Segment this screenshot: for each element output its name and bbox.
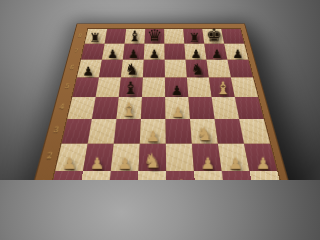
square-c2[interactable]: ♟ [111, 144, 140, 172]
piece-black-p-e5[interactable]: ♟ [165, 84, 188, 97]
square-e4[interactable]: ♟ [165, 97, 190, 119]
square-c8[interactable]: ♝ [125, 29, 146, 44]
square-c3[interactable] [114, 119, 141, 144]
square-g2[interactable]: ♟ [218, 144, 250, 172]
piece-black-p-g7[interactable]: ♟ [206, 48, 227, 60]
piece-black-r-f8[interactable]: ♜ [184, 32, 204, 44]
piece-white-k-e1[interactable]: ♚ [167, 176, 197, 180]
piece-black-p-d7[interactable]: ♟ [144, 48, 165, 60]
square-g8[interactable]: ♚ [202, 29, 224, 44]
piece-white-p-e4[interactable]: ♟ [165, 105, 189, 119]
piece-white-p-d3[interactable]: ♟ [140, 129, 166, 144]
piece-black-p-c7[interactable]: ♟ [123, 48, 144, 60]
square-a6[interactable]: ♟ [77, 60, 102, 78]
square-f5[interactable] [187, 77, 212, 97]
square-b4[interactable] [92, 97, 119, 119]
square-b5[interactable] [96, 77, 121, 97]
square-h4[interactable] [235, 97, 264, 119]
piece-black-n-f6[interactable]: ♞ [187, 62, 209, 78]
square-h5[interactable] [231, 77, 258, 97]
square-h2[interactable]: ♟ [244, 144, 277, 172]
piece-black-b-c5[interactable]: ♝ [119, 80, 142, 97]
piece-white-b-c4[interactable]: ♝ [117, 101, 141, 119]
square-e2[interactable] [166, 144, 194, 172]
square-d3[interactable]: ♟ [140, 119, 166, 144]
piece-white-p-h2[interactable]: ♟ [249, 155, 277, 171]
chess-board-frame: ♜♝♛♜♚♟♟♟♟♟♟♟♞♞♝♟♝♝♟♟♞♟♟♟♞♟♟♟♜♛♚♜ ABCDEFG… [22, 24, 301, 180]
square-f6[interactable]: ♞ [186, 60, 209, 78]
square-b2[interactable]: ♟ [83, 144, 114, 172]
square-c7[interactable]: ♟ [123, 44, 145, 60]
app-background: { "game": "chess", "view": "3d-perspecti… [0, 0, 320, 180]
square-c1[interactable] [107, 171, 138, 180]
board-scene: ♜♝♛♜♚♟♟♟♟♟♟♟♞♞♝♟♝♝♟♟♞♟♟♟♞♟♟♟♜♛♚♜ ABCDEFG… [47, 0, 273, 180]
square-e3[interactable] [166, 119, 192, 144]
piece-black-b-c8[interactable]: ♝ [125, 29, 145, 44]
square-h8[interactable] [221, 29, 244, 44]
square-e7[interactable] [164, 44, 185, 60]
square-e1[interactable]: ♚ [166, 171, 196, 180]
piece-white-n-d2[interactable]: ♞ [139, 152, 167, 172]
square-d6[interactable] [143, 60, 165, 78]
square-d2[interactable]: ♞ [138, 144, 166, 172]
square-e8[interactable] [164, 29, 184, 44]
piece-black-q-d8[interactable]: ♛ [145, 27, 165, 44]
square-d7[interactable]: ♟ [144, 44, 165, 60]
square-e5[interactable]: ♟ [165, 77, 188, 97]
square-h3[interactable] [239, 119, 270, 144]
square-f2[interactable]: ♟ [192, 144, 222, 172]
square-c4[interactable]: ♝ [116, 97, 142, 119]
square-e6[interactable] [165, 60, 187, 78]
square-b8[interactable] [105, 29, 127, 44]
square-d4[interactable] [141, 97, 166, 119]
square-g5[interactable]: ♝ [209, 77, 235, 97]
square-f7[interactable]: ♟ [184, 44, 206, 60]
square-c6[interactable]: ♞ [121, 60, 144, 78]
square-f4[interactable] [188, 97, 214, 119]
square-b1[interactable] [78, 171, 111, 180]
square-h6[interactable] [227, 60, 252, 78]
piece-white-p-f2[interactable]: ♟ [194, 155, 222, 171]
piece-white-p-g2[interactable]: ♟ [221, 155, 249, 171]
square-h7[interactable]: ♟ [224, 44, 248, 60]
piece-black-p-f7[interactable]: ♟ [186, 48, 207, 60]
piece-white-b-g5[interactable]: ♝ [211, 80, 234, 97]
piece-black-n-c6[interactable]: ♞ [121, 62, 143, 78]
square-f8[interactable]: ♜ [183, 29, 204, 44]
square-f3[interactable]: ♞ [190, 119, 218, 144]
piece-black-r-a8[interactable]: ♜ [85, 32, 105, 44]
square-b6[interactable] [99, 60, 123, 78]
chess-board-grid: ♜♝♛♜♚♟♟♟♟♟♟♟♞♞♝♟♝♝♟♟♞♟♟♟♞♟♟♟♜♛♚♜ [46, 28, 287, 180]
square-d8[interactable]: ♛ [145, 29, 165, 44]
square-h1[interactable]: ♜ [250, 171, 286, 180]
rank-label-1: 1 [31, 170, 53, 180]
piece-black-k-g8[interactable]: ♚ [204, 26, 224, 44]
piece-white-n-f3[interactable]: ♞ [192, 125, 218, 144]
piece-white-p-c2[interactable]: ♟ [111, 155, 139, 171]
piece-white-q-d1[interactable]: ♛ [137, 178, 167, 180]
piece-black-p-a6[interactable]: ♟ [77, 65, 99, 78]
square-d5[interactable] [142, 77, 165, 97]
square-b7[interactable]: ♟ [102, 44, 125, 60]
square-d1[interactable]: ♛ [137, 171, 167, 180]
square-a1[interactable]: ♜ [48, 171, 83, 180]
square-g4[interactable] [212, 97, 240, 119]
square-c5[interactable]: ♝ [119, 77, 143, 97]
square-a8[interactable]: ♜ [85, 29, 107, 44]
piece-black-p-b7[interactable]: ♟ [102, 48, 123, 60]
square-a5[interactable] [72, 77, 99, 97]
piece-white-p-a2[interactable]: ♟ [55, 155, 83, 171]
piece-black-p-h7[interactable]: ♟ [227, 48, 248, 60]
piece-white-p-b2[interactable]: ♟ [83, 155, 111, 171]
square-b3[interactable] [88, 119, 117, 144]
